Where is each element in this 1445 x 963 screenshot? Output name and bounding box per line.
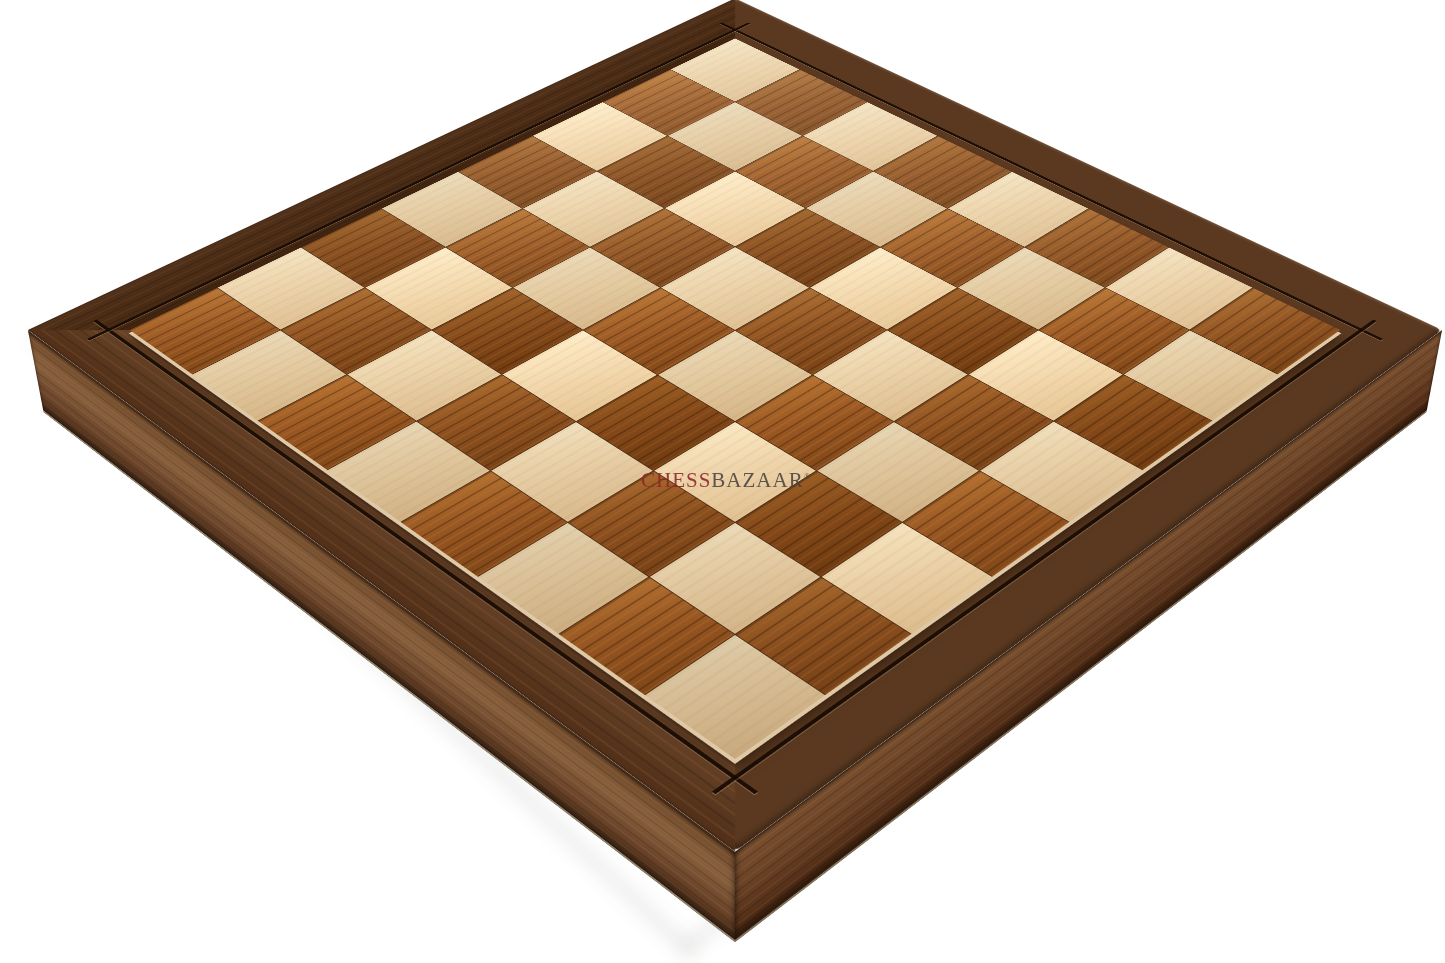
groove-line — [712, 320, 1377, 795]
square-e7 — [880, 209, 1023, 287]
square-g2 — [650, 523, 820, 634]
square-c2 — [348, 330, 502, 420]
square-d2 — [418, 375, 576, 470]
square-f7 — [958, 247, 1105, 329]
square-h7 — [1124, 330, 1278, 420]
frame-lower-right — [671, 301, 1442, 852]
square-c3 — [433, 288, 583, 374]
square-b1 — [193, 330, 347, 420]
watermark-text-bazaar: BAZAAR — [711, 468, 803, 492]
square-b7 — [668, 102, 802, 171]
square-b4 — [446, 209, 589, 287]
square-e3 — [577, 375, 735, 470]
square-g7 — [1039, 288, 1189, 374]
square-h1 — [645, 635, 825, 759]
square-e4 — [658, 330, 812, 420]
square-d7 — [806, 172, 946, 247]
square-b5 — [524, 172, 664, 247]
product-photo-scene: CHESSBAZAAR® — [0, 0, 1445, 963]
watermark-text-chess: CHESS — [641, 468, 711, 492]
square-f5 — [813, 330, 967, 420]
square-h6 — [1054, 375, 1212, 470]
groove-line — [93, 320, 758, 795]
square-d5 — [662, 247, 809, 329]
board-squares — [130, 38, 1341, 759]
square-c4 — [514, 247, 661, 329]
square-b3 — [366, 247, 513, 329]
square-e2 — [491, 422, 653, 522]
square-b2 — [281, 288, 431, 374]
square-g6 — [969, 330, 1123, 420]
square-g5 — [895, 375, 1053, 470]
square-h4 — [903, 471, 1069, 576]
square-e5 — [736, 288, 886, 374]
square-c1 — [258, 375, 416, 470]
square-b6 — [597, 136, 734, 208]
square-c7 — [736, 136, 873, 208]
frame-lower-left — [28, 301, 799, 852]
chess-board — [28, 0, 1442, 852]
square-e1 — [401, 471, 567, 576]
square-c6 — [665, 172, 805, 247]
square-f4 — [736, 375, 894, 470]
square-h3 — [822, 523, 992, 634]
square-h2 — [736, 577, 911, 694]
square-g1 — [559, 577, 734, 694]
square-d6 — [736, 209, 879, 287]
square-f1 — [478, 523, 648, 634]
square-d3 — [503, 330, 657, 420]
registered-trademark-icon: ® — [804, 471, 811, 481]
square-g4 — [817, 422, 979, 522]
square-h5 — [981, 422, 1143, 522]
square-f6 — [887, 288, 1037, 374]
board-top-face — [28, 0, 1442, 852]
chessbazaar-watermark: CHESSBAZAAR® — [641, 470, 811, 491]
square-c5 — [591, 209, 734, 287]
square-e6 — [810, 247, 957, 329]
square-d1 — [328, 422, 490, 522]
square-d4 — [584, 288, 734, 374]
